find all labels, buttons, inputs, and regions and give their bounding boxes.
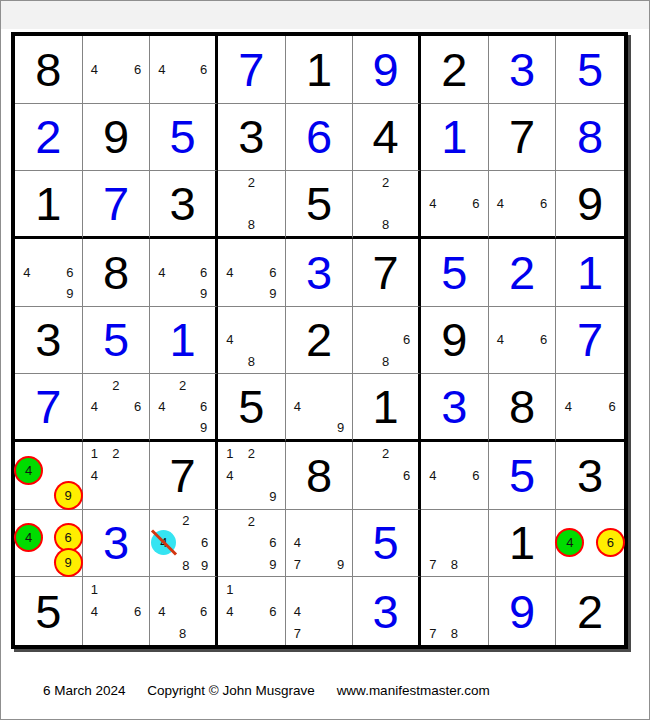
cell-value-given: 4 bbox=[373, 113, 399, 160]
candidate-1: 1 bbox=[91, 447, 98, 460]
cell-value-given: 7 bbox=[373, 249, 399, 296]
footer: 6 March 2024 Copyright © John Musgrave w… bbox=[43, 683, 508, 698]
window-top-bar bbox=[1, 1, 649, 29]
cell-r5c5[interactable]: 2 bbox=[286, 307, 354, 375]
candidate-4: 4 bbox=[429, 197, 436, 210]
cell-value-given: 8 bbox=[306, 452, 332, 499]
candidate-grid: 46 bbox=[556, 374, 624, 439]
cell-r7c9[interactable]: 3 bbox=[556, 442, 624, 510]
cell-value-given: 8 bbox=[35, 46, 61, 93]
candidate-grid: 2469 bbox=[150, 374, 215, 439]
cell-r6c3[interactable]: 2469 bbox=[150, 374, 218, 442]
candidate-grid: 78 bbox=[421, 577, 488, 645]
cell-value-given: 3 bbox=[35, 316, 61, 363]
footer-date: 6 March 2024 bbox=[43, 683, 126, 698]
cell-value-given: 9 bbox=[441, 316, 467, 363]
candidate-1: 1 bbox=[91, 583, 98, 596]
candidate-4: 4 bbox=[565, 400, 572, 413]
candidate-grid: 47 bbox=[286, 577, 353, 645]
candidate-4: 4 bbox=[294, 536, 301, 549]
candidate-grid: 469 bbox=[15, 510, 82, 577]
cell-r8c4[interactable]: 269 bbox=[218, 510, 286, 578]
cell-r2c6[interactable]: 4 bbox=[353, 104, 421, 172]
cell-r7c1[interactable]: 49 bbox=[15, 442, 83, 510]
candidate-6-highlight-yellow: 6 bbox=[598, 530, 623, 555]
cell-value-entered: 9 bbox=[509, 588, 535, 635]
candidate-4: 4 bbox=[91, 469, 98, 482]
cell-value-entered: 7 bbox=[103, 180, 129, 227]
candidate-6: 6 bbox=[269, 605, 276, 618]
cell-r3c8[interactable]: 46 bbox=[489, 171, 557, 239]
cell-r3c9[interactable]: 9 bbox=[556, 171, 624, 239]
cell-r6c7[interactable]: 3 bbox=[421, 374, 489, 442]
candidate-6: 6 bbox=[472, 197, 479, 210]
cell-r7c3[interactable]: 7 bbox=[150, 442, 218, 510]
candidate-9: 9 bbox=[200, 421, 207, 434]
cell-r8c6[interactable]: 5 bbox=[353, 510, 421, 578]
candidate-4: 4 bbox=[294, 400, 301, 413]
candidate-grid: 48 bbox=[218, 307, 285, 374]
cell-r8c9[interactable]: 46 bbox=[556, 510, 624, 578]
candidate-grid: 469 bbox=[15, 239, 82, 306]
cell-r5c6[interactable]: 68 bbox=[353, 307, 421, 375]
sudoku-board: 8464671923529536417817328528464694698469… bbox=[11, 32, 628, 649]
cell-r4c9[interactable]: 1 bbox=[556, 239, 624, 307]
cell-value-given: 1 bbox=[509, 519, 535, 566]
cell-r8c5[interactable]: 479 bbox=[286, 510, 354, 578]
cell-value-entered: 2 bbox=[509, 249, 535, 296]
cell-value-entered: 7 bbox=[577, 316, 603, 363]
candidate-grid: 1249 bbox=[218, 442, 285, 509]
cell-r4c2[interactable]: 8 bbox=[83, 239, 151, 307]
candidate-6: 6 bbox=[134, 605, 141, 618]
cell-value-given: 7 bbox=[170, 452, 196, 499]
candidate-6: 6 bbox=[269, 266, 276, 279]
cell-r1c6[interactable]: 9 bbox=[353, 36, 421, 104]
cell-value-given: 1 bbox=[306, 46, 332, 93]
cell-r9c1[interactable]: 5 bbox=[15, 577, 83, 645]
candidate-grid: 24689 bbox=[150, 510, 215, 577]
candidate-4: 4 bbox=[23, 266, 30, 279]
candidate-grid: 46 bbox=[556, 510, 624, 577]
cell-value-given: 1 bbox=[35, 180, 61, 227]
cell-r7c5[interactable]: 8 bbox=[286, 442, 354, 510]
cell-r3c1[interactable]: 1 bbox=[15, 171, 83, 239]
candidate-6: 6 bbox=[201, 536, 208, 549]
cell-value-entered: 5 bbox=[577, 46, 603, 93]
cell-r4c1[interactable]: 469 bbox=[15, 239, 83, 307]
candidate-grid: 479 bbox=[286, 510, 353, 577]
cell-r9c5[interactable]: 47 bbox=[286, 577, 354, 645]
cell-value-given: 8 bbox=[509, 383, 535, 430]
cell-r3c2[interactable]: 7 bbox=[83, 171, 151, 239]
cell-r4c6[interactable]: 7 bbox=[353, 239, 421, 307]
candidate-4-highlight-cyan: 4 bbox=[151, 530, 176, 555]
candidate-7: 7 bbox=[429, 627, 436, 640]
candidate-7: 7 bbox=[294, 558, 301, 571]
candidate-grid: 469 bbox=[218, 239, 285, 306]
cell-r5c1[interactable]: 3 bbox=[15, 307, 83, 375]
candidate-grid: 28 bbox=[218, 171, 285, 236]
candidate-9-highlight-yellow: 9 bbox=[56, 550, 81, 575]
candidate-9: 9 bbox=[269, 287, 276, 300]
cell-r4c4[interactable]: 469 bbox=[218, 239, 286, 307]
cell-value-entered: 5 bbox=[441, 249, 467, 296]
candidate-grid: 46 bbox=[489, 171, 556, 236]
candidate-4: 4 bbox=[226, 469, 233, 482]
cell-r4c5[interactable]: 3 bbox=[286, 239, 354, 307]
cell-r2c3[interactable]: 5 bbox=[150, 104, 218, 172]
candidate-2: 2 bbox=[382, 176, 389, 189]
cell-r2c9[interactable]: 8 bbox=[556, 104, 624, 172]
candidate-grid: 26 bbox=[353, 442, 418, 509]
cell-value-entered: 7 bbox=[35, 383, 61, 430]
cell-value-given: 1 bbox=[373, 383, 399, 430]
candidate-9: 9 bbox=[337, 558, 344, 571]
cell-r3c7[interactable]: 46 bbox=[421, 171, 489, 239]
candidate-4-highlight-green: 4 bbox=[557, 530, 582, 555]
candidate-4: 4 bbox=[497, 333, 504, 346]
cell-r4c3[interactable]: 469 bbox=[150, 239, 218, 307]
candidate-6: 6 bbox=[403, 469, 410, 482]
cell-r1c5[interactable]: 1 bbox=[286, 36, 354, 104]
cell-r2c5[interactable]: 6 bbox=[286, 104, 354, 172]
footer-copyright: Copyright © John Musgrave bbox=[147, 683, 315, 698]
candidate-4: 4 bbox=[91, 400, 98, 413]
cell-value-entered: 2 bbox=[35, 113, 61, 160]
cell-value-entered: 3 bbox=[441, 383, 467, 430]
candidate-grid: 68 bbox=[353, 307, 418, 374]
cell-value-entered: 1 bbox=[441, 113, 467, 160]
cell-r4c8[interactable]: 2 bbox=[489, 239, 557, 307]
cell-r8c3[interactable]: 24689 bbox=[150, 510, 218, 578]
candidate-8: 8 bbox=[248, 355, 255, 368]
cell-r9c7[interactable]: 78 bbox=[421, 577, 489, 645]
cell-r8c7[interactable]: 78 bbox=[421, 510, 489, 578]
footer-website: www.manifestmaster.com bbox=[337, 683, 490, 698]
candidate-9: 9 bbox=[200, 287, 207, 300]
cell-value-given: 3 bbox=[170, 180, 196, 227]
candidate-grid: 46 bbox=[421, 442, 488, 509]
cell-value-given: 9 bbox=[103, 113, 129, 160]
cell-r7c7[interactable]: 46 bbox=[421, 442, 489, 510]
cell-value-entered: 3 bbox=[373, 588, 399, 635]
candidate-grid: 46 bbox=[83, 36, 150, 103]
cell-value-entered: 1 bbox=[577, 249, 603, 296]
candidate-4: 4 bbox=[91, 605, 98, 618]
candidate-4: 4 bbox=[158, 266, 165, 279]
candidate-9: 9 bbox=[66, 287, 73, 300]
cell-r9c4[interactable]: 146 bbox=[218, 577, 286, 645]
candidate-6: 6 bbox=[200, 63, 207, 76]
cell-r5c7[interactable]: 9 bbox=[421, 307, 489, 375]
cell-r6c9[interactable]: 46 bbox=[556, 374, 624, 442]
cell-r2c7[interactable]: 1 bbox=[421, 104, 489, 172]
candidate-2: 2 bbox=[382, 447, 389, 460]
cell-r6c5[interactable]: 49 bbox=[286, 374, 354, 442]
candidate-1: 1 bbox=[226, 447, 233, 460]
cell-r1c2[interactable]: 46 bbox=[83, 36, 151, 104]
cell-r3c5[interactable]: 5 bbox=[286, 171, 354, 239]
candidate-4: 4 bbox=[497, 197, 504, 210]
candidate-7: 7 bbox=[294, 627, 301, 640]
cell-r5c9[interactable]: 7 bbox=[556, 307, 624, 375]
cell-r8c1[interactable]: 469 bbox=[15, 510, 83, 578]
cell-r3c4[interactable]: 28 bbox=[218, 171, 286, 239]
candidate-9-highlight-yellow: 9 bbox=[56, 483, 81, 508]
candidate-6-highlight-yellow: 6 bbox=[56, 525, 81, 550]
candidate-8: 8 bbox=[451, 627, 458, 640]
cell-r5c8[interactable]: 46 bbox=[489, 307, 557, 375]
cell-value-given: 8 bbox=[103, 249, 129, 296]
cell-value-entered: 7 bbox=[238, 46, 264, 93]
candidate-9: 9 bbox=[337, 421, 344, 434]
candidate-1: 1 bbox=[226, 583, 233, 596]
cell-r5c3[interactable]: 1 bbox=[150, 307, 218, 375]
cell-r7c2[interactable]: 124 bbox=[83, 442, 151, 510]
candidate-2: 2 bbox=[112, 379, 119, 392]
candidate-grid: 146 bbox=[83, 577, 150, 645]
candidate-grid: 269 bbox=[218, 510, 285, 577]
candidate-6: 6 bbox=[134, 63, 141, 76]
cell-value-entered: 3 bbox=[306, 249, 332, 296]
candidate-2: 2 bbox=[248, 176, 255, 189]
cell-value-entered: 5 bbox=[170, 113, 196, 160]
candidate-8: 8 bbox=[451, 558, 458, 571]
candidate-6: 6 bbox=[540, 197, 547, 210]
cell-r3c6[interactable]: 28 bbox=[353, 171, 421, 239]
cell-r1c7[interactable]: 2 bbox=[421, 36, 489, 104]
candidate-8: 8 bbox=[248, 218, 255, 231]
candidate-4: 4 bbox=[158, 400, 165, 413]
candidate-2: 2 bbox=[248, 447, 255, 460]
candidate-4: 4 bbox=[91, 63, 98, 76]
candidate-grid: 46 bbox=[489, 307, 556, 374]
candidate-2: 2 bbox=[248, 515, 255, 528]
cell-r7c4[interactable]: 1249 bbox=[218, 442, 286, 510]
cell-value-given: 5 bbox=[306, 180, 332, 227]
candidate-grid: 28 bbox=[353, 171, 418, 236]
candidate-grid: 49 bbox=[15, 442, 82, 509]
cell-value-entered: 9 bbox=[373, 46, 399, 93]
cell-r4c7[interactable]: 5 bbox=[421, 239, 489, 307]
cell-r9c8[interactable]: 9 bbox=[489, 577, 557, 645]
cell-value-entered: 1 bbox=[170, 316, 196, 363]
candidate-grid: 469 bbox=[150, 239, 215, 306]
candidate-7: 7 bbox=[429, 558, 436, 571]
cell-r1c3[interactable]: 46 bbox=[150, 36, 218, 104]
cell-r7c8[interactable]: 5 bbox=[489, 442, 557, 510]
candidate-6: 6 bbox=[403, 333, 410, 346]
cell-value-entered: 8 bbox=[577, 113, 603, 160]
cell-r5c4[interactable]: 48 bbox=[218, 307, 286, 375]
candidate-6: 6 bbox=[472, 469, 479, 482]
cell-value-given: 3 bbox=[238, 113, 264, 160]
candidate-6: 6 bbox=[66, 266, 73, 279]
cell-r9c9[interactable]: 2 bbox=[556, 577, 624, 645]
candidate-grid: 46 bbox=[150, 36, 215, 103]
candidate-grid: 49 bbox=[286, 374, 353, 439]
cell-value-entered: 5 bbox=[373, 519, 399, 566]
cell-value-given: 2 bbox=[577, 588, 603, 635]
cell-r6c8[interactable]: 8 bbox=[489, 374, 557, 442]
cell-r8c8[interactable]: 1 bbox=[489, 510, 557, 578]
candidate-6: 6 bbox=[540, 333, 547, 346]
cell-r2c2[interactable]: 9 bbox=[83, 104, 151, 172]
candidate-2: 2 bbox=[179, 379, 186, 392]
candidate-6: 6 bbox=[269, 536, 276, 549]
candidate-4-highlight-green: 4 bbox=[16, 525, 41, 550]
candidate-4: 4 bbox=[226, 333, 233, 346]
cell-r1c4[interactable]: 7 bbox=[218, 36, 286, 104]
cell-r6c1[interactable]: 7 bbox=[15, 374, 83, 442]
cell-value-given: 5 bbox=[35, 588, 61, 635]
candidate-9: 9 bbox=[201, 559, 208, 572]
candidate-6: 6 bbox=[134, 400, 141, 413]
cell-r6c6[interactable]: 1 bbox=[353, 374, 421, 442]
cell-r2c8[interactable]: 7 bbox=[489, 104, 557, 172]
candidate-grid: 246 bbox=[83, 374, 150, 439]
candidate-grid: 146 bbox=[218, 577, 285, 645]
candidate-8: 8 bbox=[382, 218, 389, 231]
candidate-9: 9 bbox=[269, 490, 276, 503]
cell-value-given: 2 bbox=[441, 46, 467, 93]
candidate-6: 6 bbox=[200, 605, 207, 618]
candidate-grid: 124 bbox=[83, 442, 150, 509]
cell-r9c2[interactable]: 146 bbox=[83, 577, 151, 645]
candidate-8: 8 bbox=[179, 627, 186, 640]
candidate-2: 2 bbox=[182, 514, 189, 527]
candidate-grid: 468 bbox=[150, 577, 215, 645]
cell-value-given: 7 bbox=[509, 113, 535, 160]
cell-r7c6[interactable]: 26 bbox=[353, 442, 421, 510]
cell-r3c3[interactable]: 3 bbox=[150, 171, 218, 239]
cell-value-given: 3 bbox=[577, 452, 603, 499]
candidate-grid: 46 bbox=[421, 171, 488, 236]
candidate-grid: 78 bbox=[421, 510, 488, 577]
cell-r8c2[interactable]: 3 bbox=[83, 510, 151, 578]
candidate-4: 4 bbox=[226, 266, 233, 279]
candidate-4: 4 bbox=[158, 63, 165, 76]
cell-value-given: 2 bbox=[306, 316, 332, 363]
cell-r2c4[interactable]: 3 bbox=[218, 104, 286, 172]
cell-r6c2[interactable]: 246 bbox=[83, 374, 151, 442]
cell-r9c3[interactable]: 468 bbox=[150, 577, 218, 645]
candidate-4: 4 bbox=[158, 605, 165, 618]
cell-r9c6[interactable]: 3 bbox=[353, 577, 421, 645]
cell-r6c4[interactable]: 5 bbox=[218, 374, 286, 442]
cell-r5c2[interactable]: 5 bbox=[83, 307, 151, 375]
cell-value-given: 5 bbox=[238, 383, 264, 430]
cell-value-entered: 6 bbox=[306, 113, 332, 160]
cell-value-entered: 3 bbox=[103, 519, 129, 566]
candidate-6: 6 bbox=[200, 400, 207, 413]
candidate-8: 8 bbox=[382, 355, 389, 368]
candidate-9: 9 bbox=[269, 558, 276, 571]
cell-value-entered: 5 bbox=[509, 452, 535, 499]
candidate-2: 2 bbox=[112, 447, 119, 460]
candidate-6: 6 bbox=[608, 400, 615, 413]
candidate-4: 4 bbox=[429, 469, 436, 482]
candidate-4-highlight-green: 4 bbox=[16, 458, 41, 483]
cell-r1c1[interactable]: 8 bbox=[15, 36, 83, 104]
cell-r2c1[interactable]: 2 bbox=[15, 104, 83, 172]
cell-value-entered: 3 bbox=[509, 46, 535, 93]
cell-r1c8[interactable]: 3 bbox=[489, 36, 557, 104]
candidate-4: 4 bbox=[294, 605, 301, 618]
candidate-8: 8 bbox=[182, 559, 189, 572]
cell-r1c9[interactable]: 5 bbox=[556, 36, 624, 104]
cell-value-entered: 5 bbox=[103, 316, 129, 363]
cell-value-given: 9 bbox=[577, 180, 603, 227]
candidate-6: 6 bbox=[200, 266, 207, 279]
candidate-4: 4 bbox=[226, 605, 233, 618]
